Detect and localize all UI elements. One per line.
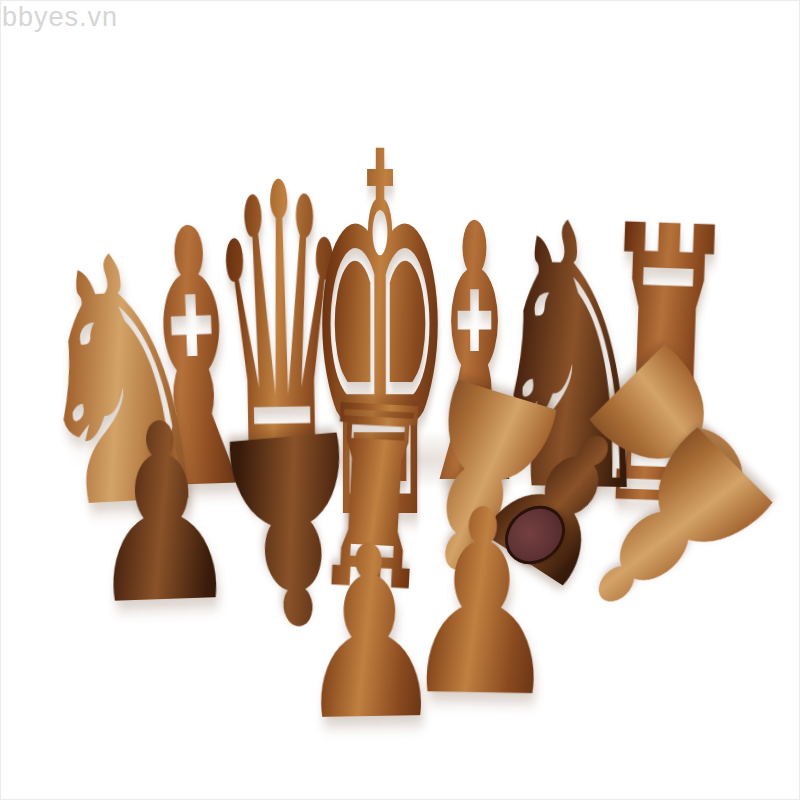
piece-queen: ♛	[198, 127, 364, 570]
piece-pawn-4-felt-up: ♟	[439, 375, 682, 630]
piece-bishop-a: ♝	[98, 181, 288, 542]
piece-rook-a: ♜	[579, 176, 752, 561]
contact-shadow	[322, 672, 422, 702]
piece-rook-b-upside-down: ♜	[300, 362, 450, 619]
piece-pawn-7: ♟	[285, 514, 456, 755]
piece-knight-a: ♞	[8, 208, 236, 559]
piece-pawn-1: ♟	[73, 389, 253, 640]
piece-king: ♚	[298, 90, 463, 590]
felt-base	[493, 494, 577, 577]
piece-knight-b: ♞	[468, 175, 675, 543]
contact-shadow	[118, 552, 208, 580]
contact-shadow	[60, 430, 710, 490]
product-photo: ♝ ♛ ♝ ♜ ♞ ♚ ♞ ♜ ♟ ♟ ♟ ♟ ♟ ♟ ♟ ♟ bbyes.vn	[0, 0, 800, 800]
watermark-text: bbyes.vn	[2, 2, 118, 33]
contact-shadow	[432, 642, 532, 672]
